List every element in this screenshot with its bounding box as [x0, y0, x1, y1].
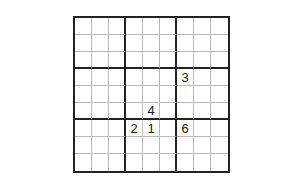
cell-r6c9[interactable] [211, 103, 228, 120]
cell-r2c1[interactable] [75, 35, 92, 52]
cell-r3c5[interactable] [143, 52, 160, 69]
cell-r7c9[interactable] [211, 120, 228, 137]
cell-r4c4[interactable] [126, 69, 143, 86]
cell-r9c7[interactable] [177, 154, 194, 171]
cell-r8c1[interactable] [75, 137, 92, 154]
cell-r5c6[interactable] [160, 86, 177, 103]
cell-r1c7[interactable] [177, 18, 194, 35]
cell-r4c3[interactable] [109, 69, 126, 86]
cell-r2c7[interactable] [177, 35, 194, 52]
cell-r7c5[interactable]: 1 [143, 120, 160, 137]
cell-r4c5[interactable] [143, 69, 160, 86]
cell-r8c5[interactable] [143, 137, 160, 154]
cell-r1c4[interactable] [126, 18, 143, 35]
cell-r9c8[interactable] [194, 154, 211, 171]
cell-r4c1[interactable] [75, 69, 92, 86]
cell-r9c1[interactable] [75, 154, 92, 171]
cell-r1c3[interactable] [109, 18, 126, 35]
cell-r7c4[interactable]: 2 [126, 120, 143, 137]
cell-r3c3[interactable] [109, 52, 126, 69]
cell-r7c8[interactable] [194, 120, 211, 137]
cell-r5c7[interactable] [177, 86, 194, 103]
cell-r3c6[interactable] [160, 52, 177, 69]
cell-r4c7[interactable]: 3 [177, 69, 194, 86]
cell-r6c2[interactable] [92, 103, 109, 120]
cell-r4c8[interactable] [194, 69, 211, 86]
cell-r8c3[interactable] [109, 137, 126, 154]
cell-r2c9[interactable] [211, 35, 228, 52]
cell-r3c9[interactable] [211, 52, 228, 69]
cell-r1c9[interactable] [211, 18, 228, 35]
page-canvas: 34216 [0, 0, 304, 190]
cell-r7c6[interactable] [160, 120, 177, 137]
cell-r7c7[interactable]: 6 [177, 120, 194, 137]
cell-r5c4[interactable] [126, 86, 143, 103]
cell-r5c2[interactable] [92, 86, 109, 103]
cell-r1c1[interactable] [75, 18, 92, 35]
cell-r3c7[interactable] [177, 52, 194, 69]
cell-r9c9[interactable] [211, 154, 228, 171]
cell-r8c9[interactable] [211, 137, 228, 154]
cell-r9c3[interactable] [109, 154, 126, 171]
cell-r8c2[interactable] [92, 137, 109, 154]
cell-r5c8[interactable] [194, 86, 211, 103]
cell-r5c5[interactable] [143, 86, 160, 103]
cell-r2c2[interactable] [92, 35, 109, 52]
cell-r9c2[interactable] [92, 154, 109, 171]
cell-r8c7[interactable] [177, 137, 194, 154]
cell-r7c3[interactable] [109, 120, 126, 137]
cell-r5c9[interactable] [211, 86, 228, 103]
sudoku-board: 34216 [73, 16, 230, 173]
cell-r6c3[interactable] [109, 103, 126, 120]
cell-r8c4[interactable] [126, 137, 143, 154]
cell-r5c3[interactable] [109, 86, 126, 103]
cell-r6c8[interactable] [194, 103, 211, 120]
cell-r1c5[interactable] [143, 18, 160, 35]
cell-r7c1[interactable] [75, 120, 92, 137]
cell-r2c5[interactable] [143, 35, 160, 52]
cell-r2c3[interactable] [109, 35, 126, 52]
cell-r9c4[interactable] [126, 154, 143, 171]
cell-r5c1[interactable] [75, 86, 92, 103]
cell-r8c8[interactable] [194, 137, 211, 154]
cell-r6c7[interactable] [177, 103, 194, 120]
cell-r4c6[interactable] [160, 69, 177, 86]
cell-r1c8[interactable] [194, 18, 211, 35]
cell-r4c9[interactable] [211, 69, 228, 86]
cell-r3c8[interactable] [194, 52, 211, 69]
cell-r2c6[interactable] [160, 35, 177, 52]
cell-r2c8[interactable] [194, 35, 211, 52]
cell-r8c6[interactable] [160, 137, 177, 154]
cell-r9c6[interactable] [160, 154, 177, 171]
cell-r6c5[interactable]: 4 [143, 103, 160, 120]
cell-r2c4[interactable] [126, 35, 143, 52]
cell-r1c6[interactable] [160, 18, 177, 35]
cell-r6c1[interactable] [75, 103, 92, 120]
cell-r3c1[interactable] [75, 52, 92, 69]
cell-r3c4[interactable] [126, 52, 143, 69]
cell-r6c4[interactable] [126, 103, 143, 120]
cell-r7c2[interactable] [92, 120, 109, 137]
cell-r3c2[interactable] [92, 52, 109, 69]
cell-r1c2[interactable] [92, 18, 109, 35]
cell-r9c5[interactable] [143, 154, 160, 171]
cell-r4c2[interactable] [92, 69, 109, 86]
cell-r6c6[interactable] [160, 103, 177, 120]
